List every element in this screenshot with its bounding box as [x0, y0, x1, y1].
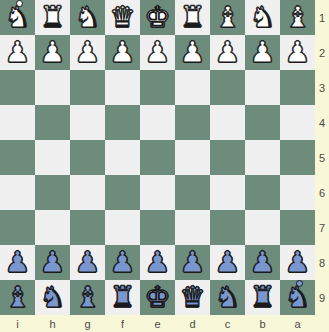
blue-king: ♚: [145, 283, 171, 312]
square-b4[interactable]: [245, 105, 280, 140]
square-g9[interactable]: ♝: [70, 280, 105, 315]
rank-label-8: 8: [315, 245, 329, 280]
square-g8[interactable]: ♟: [70, 245, 105, 280]
square-c1[interactable]: ♝: [210, 0, 245, 35]
square-a3[interactable]: [280, 70, 315, 105]
square-e2[interactable]: ♟: [140, 35, 175, 70]
square-e6[interactable]: [140, 175, 175, 210]
square-e8[interactable]: ♟: [140, 245, 175, 280]
blue-pawn: ♟: [110, 248, 136, 277]
white-queen: ♛: [110, 3, 136, 32]
white-knight: ♞: [75, 3, 101, 32]
square-d8[interactable]: ♟: [175, 245, 210, 280]
square-i9[interactable]: ♝: [0, 280, 35, 315]
square-a5[interactable]: [280, 140, 315, 175]
blue-bishop: ♝: [75, 283, 101, 312]
square-b7[interactable]: [245, 210, 280, 245]
blue-pawn: ♟: [40, 248, 66, 277]
square-a9[interactable]: ♞: [280, 280, 315, 315]
square-d9[interactable]: ♛: [175, 280, 210, 315]
square-f2[interactable]: ♟: [105, 35, 140, 70]
square-b8[interactable]: ♟: [245, 245, 280, 280]
square-f5[interactable]: [105, 140, 140, 175]
square-b5[interactable]: [245, 140, 280, 175]
square-g5[interactable]: [70, 140, 105, 175]
square-e5[interactable]: [140, 140, 175, 175]
file-label-d: d: [175, 315, 210, 332]
rank-label-3: 3: [315, 70, 329, 105]
blue-bishop: ♝: [5, 283, 31, 312]
square-b9[interactable]: ♜: [245, 280, 280, 315]
square-b3[interactable]: [245, 70, 280, 105]
rank-label-1: 1: [315, 0, 329, 35]
rank-label-4: 4: [315, 105, 329, 140]
white-pawn: ♟: [215, 38, 241, 67]
white-rook: ♜: [40, 3, 66, 32]
square-h3[interactable]: [35, 70, 70, 105]
white-pawn: ♟: [5, 38, 31, 67]
rank-label-7: 7: [315, 210, 329, 245]
square-c6[interactable]: [210, 175, 245, 210]
blue-pawn: ♟: [250, 248, 276, 277]
square-i3[interactable]: [0, 70, 35, 105]
square-a8[interactable]: ♟: [280, 245, 315, 280]
square-e1[interactable]: ♚: [140, 0, 175, 35]
square-d5[interactable]: [175, 140, 210, 175]
square-f6[interactable]: [105, 175, 140, 210]
square-b6[interactable]: [245, 175, 280, 210]
square-i1[interactable]: ♞: [0, 0, 35, 35]
square-a1[interactable]: ♝: [280, 0, 315, 35]
square-f9[interactable]: ♜: [105, 280, 140, 315]
rank-label-2: 2: [315, 35, 329, 70]
square-d1[interactable]: ♜: [175, 0, 210, 35]
square-e7[interactable]: [140, 210, 175, 245]
file-label-g: g: [70, 315, 105, 332]
square-i4[interactable]: [0, 105, 35, 140]
archbishop-finial-icon: [16, 0, 23, 7]
square-a4[interactable]: [280, 105, 315, 140]
white-king: ♚: [145, 3, 171, 32]
square-g6[interactable]: [70, 175, 105, 210]
square-a2[interactable]: ♟: [280, 35, 315, 70]
square-f1[interactable]: ♛: [105, 0, 140, 35]
square-h7[interactable]: [35, 210, 70, 245]
white-rook: ♜: [180, 3, 206, 32]
file-label-b: b: [245, 315, 280, 332]
square-e3[interactable]: [140, 70, 175, 105]
square-f7[interactable]: [105, 210, 140, 245]
square-d4[interactable]: [175, 105, 210, 140]
square-h5[interactable]: [35, 140, 70, 175]
blue-knight: ♞: [215, 283, 241, 312]
rank-label-9: 9: [315, 280, 329, 315]
square-d2[interactable]: ♟: [175, 35, 210, 70]
file-label-c: c: [210, 315, 245, 332]
white-bishop: ♝: [215, 3, 241, 32]
white-pawn: ♟: [250, 38, 276, 67]
square-d6[interactable]: [175, 175, 210, 210]
square-h8[interactable]: ♟: [35, 245, 70, 280]
square-f8[interactable]: ♟: [105, 245, 140, 280]
chessboard: ♞♜♞♛♚♜♝♞♝1♟♟♟♟♟♟♟♟♟234567♟♟♟♟♟♟♟♟♟8♝♞♝♜♚…: [0, 0, 329, 332]
file-label-h: h: [35, 315, 70, 332]
file-label-a: a: [280, 315, 315, 332]
file-label-e: e: [140, 315, 175, 332]
white-pawn: ♟: [180, 38, 206, 67]
blue-archbishop: ♞: [285, 283, 311, 312]
square-i2[interactable]: ♟: [0, 35, 35, 70]
square-g3[interactable]: [70, 70, 105, 105]
square-g1[interactable]: ♞: [70, 0, 105, 35]
square-i7[interactable]: [0, 210, 35, 245]
square-g2[interactable]: ♟: [70, 35, 105, 70]
square-c5[interactable]: [210, 140, 245, 175]
blue-knight: ♞: [40, 283, 66, 312]
square-b1[interactable]: ♞: [245, 0, 280, 35]
archbishop-finial-icon: [296, 280, 303, 287]
square-b2[interactable]: ♟: [245, 35, 280, 70]
square-f3[interactable]: [105, 70, 140, 105]
blue-queen: ♛: [180, 283, 206, 312]
square-d3[interactable]: [175, 70, 210, 105]
square-e9[interactable]: ♚: [140, 280, 175, 315]
blue-pawn: ♟: [285, 248, 311, 277]
white-archbishop: ♞: [5, 3, 31, 32]
square-h2[interactable]: ♟: [35, 35, 70, 70]
white-pawn: ♟: [145, 38, 171, 67]
square-c9[interactable]: ♞: [210, 280, 245, 315]
white-pawn: ♟: [75, 38, 101, 67]
square-f4[interactable]: [105, 105, 140, 140]
square-i5[interactable]: [0, 140, 35, 175]
file-label-i: i: [0, 315, 35, 332]
blue-pawn: ♟: [215, 248, 241, 277]
white-pawn: ♟: [110, 38, 136, 67]
square-a6[interactable]: [280, 175, 315, 210]
square-e4[interactable]: [140, 105, 175, 140]
blue-pawn: ♟: [145, 248, 171, 277]
rank-label-6: 6: [315, 175, 329, 210]
white-bishop: ♝: [285, 3, 311, 32]
corner-cell: [315, 315, 329, 332]
blue-pawn: ♟: [75, 248, 101, 277]
square-c3[interactable]: [210, 70, 245, 105]
square-g4[interactable]: [70, 105, 105, 140]
square-a7[interactable]: [280, 210, 315, 245]
square-i6[interactable]: [0, 175, 35, 210]
blue-rook: ♜: [110, 283, 136, 312]
square-c2[interactable]: ♟: [210, 35, 245, 70]
white-pawn: ♟: [285, 38, 311, 67]
square-c7[interactable]: [210, 210, 245, 245]
square-g7[interactable]: [70, 210, 105, 245]
file-label-f: f: [105, 315, 140, 332]
square-c4[interactable]: [210, 105, 245, 140]
square-d7[interactable]: [175, 210, 210, 245]
blue-pawn: ♟: [180, 248, 206, 277]
square-h1[interactable]: ♜: [35, 0, 70, 35]
blue-pawn: ♟: [5, 248, 31, 277]
square-i8[interactable]: ♟: [0, 245, 35, 280]
rank-label-5: 5: [315, 140, 329, 175]
square-c8[interactable]: ♟: [210, 245, 245, 280]
white-pawn: ♟: [40, 38, 66, 67]
square-h4[interactable]: [35, 105, 70, 140]
blue-rook: ♜: [250, 283, 276, 312]
square-h6[interactable]: [35, 175, 70, 210]
square-h9[interactable]: ♞: [35, 280, 70, 315]
white-knight: ♞: [250, 3, 276, 32]
